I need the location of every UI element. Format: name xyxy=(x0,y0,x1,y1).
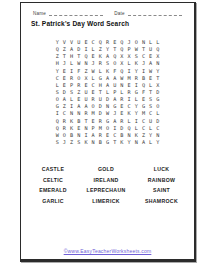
date-fill-in-line xyxy=(128,10,182,16)
grid-cell: N xyxy=(90,139,97,146)
grid-cell: W xyxy=(75,60,82,67)
grid-cell: K xyxy=(68,125,75,132)
grid-cell: G xyxy=(154,96,161,103)
grid-cell: Y xyxy=(154,139,161,146)
grid-cell: Z xyxy=(54,53,61,60)
grid-cell: T xyxy=(147,89,154,96)
grid-cell: L xyxy=(125,118,132,125)
grid-cell: C xyxy=(140,118,147,125)
grid-cell: L xyxy=(54,82,61,89)
name-date-row: Name Date xyxy=(33,10,185,16)
grid-cell: Q xyxy=(118,68,125,75)
word-item: GOLD xyxy=(98,166,114,172)
grid-cell: I xyxy=(68,68,75,75)
grid-cell: Y xyxy=(54,39,61,46)
grid-cell: E xyxy=(90,89,97,96)
grid-cell: C xyxy=(140,125,147,132)
grid-cell: P xyxy=(111,89,118,96)
grid-cell: M xyxy=(97,125,104,132)
grid-cell: B xyxy=(68,132,75,139)
grid-cell: R xyxy=(75,82,82,89)
grid-cell: H xyxy=(97,82,104,89)
grid-cell: Y xyxy=(133,110,140,117)
grid-cell: E xyxy=(140,96,147,103)
grid-cell: I xyxy=(54,110,61,117)
grid-cell: Y xyxy=(147,132,154,139)
grid-cell: W xyxy=(90,68,97,75)
grid-cell: P xyxy=(90,125,97,132)
grid-cell: G xyxy=(97,75,104,82)
grid-cell: V xyxy=(61,39,68,46)
grid-cell: C xyxy=(125,103,132,110)
grid-cell: L xyxy=(133,96,140,103)
grid-cell: J xyxy=(140,60,147,67)
grid-cell: N xyxy=(75,132,82,139)
grid-cell: K xyxy=(118,139,125,146)
grid-cell: R xyxy=(61,118,68,125)
grid-cell: N xyxy=(125,132,132,139)
grid-cell: D xyxy=(104,96,111,103)
word-item: EMERALD xyxy=(39,187,67,193)
grid-cell: E xyxy=(147,75,154,82)
grid-cell: K xyxy=(133,60,140,67)
grid-cell: S xyxy=(68,89,75,96)
grid-cell: F xyxy=(140,89,147,96)
grid-cell: N xyxy=(68,110,75,117)
grid-cell: I xyxy=(133,118,140,125)
grid-cell: M xyxy=(90,110,97,117)
grid-cell: I xyxy=(82,132,89,139)
grid-cell: G xyxy=(111,103,118,110)
grid-cell: I xyxy=(133,82,140,89)
grid-cell: D xyxy=(154,118,161,125)
grid-cell: U xyxy=(82,89,89,96)
grid-cell: Q xyxy=(111,53,118,60)
grid-cell: W xyxy=(54,132,61,139)
grid-cell: O xyxy=(104,125,111,132)
grid-cell: Y xyxy=(133,68,140,75)
grid-cell: N xyxy=(154,60,161,67)
grid-cell: I xyxy=(140,68,147,75)
grid-cell: N xyxy=(140,39,147,46)
grid-cell: I xyxy=(82,46,89,53)
grid-cell: R xyxy=(118,96,125,103)
grid-cell: Y xyxy=(125,139,132,146)
grid-cell: N xyxy=(133,139,140,146)
grid-cell: K xyxy=(82,139,89,146)
grid-cell: S xyxy=(104,60,111,67)
grid-cell: B xyxy=(118,132,125,139)
grid-cell: U xyxy=(111,82,118,89)
grid-cell: T xyxy=(82,118,89,125)
grid-cell: Q xyxy=(154,46,161,53)
grid-cell: L xyxy=(125,60,132,67)
grid-cell: K xyxy=(68,118,75,125)
grid-cell: I xyxy=(125,96,132,103)
word-item: GARLIC xyxy=(42,198,64,204)
letter-grid: YVVUECQREQJONLLQZADILZYTQPWTUQZTHTQEKAQX… xyxy=(21,39,194,146)
grid-cell: Y xyxy=(154,68,161,75)
grid-cell: C xyxy=(61,110,68,117)
grid-cell: Q xyxy=(54,118,61,125)
grid-cell: A xyxy=(82,103,89,110)
grid-cell: O xyxy=(75,75,82,82)
grid-cell: T xyxy=(97,89,104,96)
grid-cell: Q xyxy=(97,39,104,46)
grid-cell: S xyxy=(75,139,82,146)
grid-cell: G xyxy=(104,118,111,125)
grid-cell: E xyxy=(61,82,68,89)
grid-cell: A xyxy=(104,82,111,89)
grid-cell: M xyxy=(125,75,132,82)
grid-cell: A xyxy=(68,46,75,53)
site-credit-link[interactable]: ©www.EasyTeacherWorksheets.com xyxy=(64,248,152,254)
grid-cell: M xyxy=(140,110,147,117)
grid-cell: O xyxy=(111,60,118,67)
grid-cell: A xyxy=(111,96,118,103)
grid-cell: L xyxy=(154,39,161,46)
date-label: Date xyxy=(114,11,125,16)
grid-cell: D xyxy=(61,89,68,96)
grid-cell: J xyxy=(111,110,118,117)
grid-cell: N xyxy=(118,82,125,89)
grid-cell: R xyxy=(97,118,104,125)
grid-cell: C xyxy=(54,75,61,82)
grid-cell: E xyxy=(82,82,89,89)
grid-cell: G xyxy=(133,89,140,96)
grid-cell: R xyxy=(125,89,132,96)
word-item: CASTLE xyxy=(42,166,65,172)
grid-cell: G xyxy=(104,139,111,146)
word-item: CELTIC xyxy=(43,177,63,183)
grid-cell: L xyxy=(147,39,154,46)
grid-cell: N xyxy=(75,110,82,117)
grid-cell: L xyxy=(118,89,125,96)
grid-cell: K xyxy=(104,68,111,75)
grid-cell: B xyxy=(75,118,82,125)
grid-cell: A xyxy=(147,60,154,67)
grid-cell: X xyxy=(118,53,125,60)
word-item: SAINT xyxy=(153,187,170,193)
grid-cell: L xyxy=(68,96,75,103)
grid-cell: Z xyxy=(68,139,75,146)
grid-cell: L xyxy=(97,68,104,75)
grid-cell: X xyxy=(118,60,125,67)
grid-cell: K xyxy=(97,53,104,60)
word-item: SHAMROCK xyxy=(145,198,178,204)
grid-cell: F xyxy=(75,68,82,75)
grid-cell: S xyxy=(147,103,154,110)
grid-cell: W xyxy=(133,46,140,53)
grid-cell: A xyxy=(111,118,118,125)
grid-cell: C xyxy=(90,82,97,89)
grid-cell: L xyxy=(90,75,97,82)
grid-cell: S xyxy=(54,139,61,146)
grid-cell: U xyxy=(82,96,89,103)
grid-cell: D xyxy=(97,103,104,110)
grid-cell: R xyxy=(97,60,104,67)
grid-cell: L xyxy=(154,110,161,117)
grid-cell: R xyxy=(133,75,140,82)
grid-cell: X xyxy=(154,82,161,89)
grid-cell: K xyxy=(133,132,140,139)
word-item: LIMERICK xyxy=(92,198,119,204)
grid-cell: C xyxy=(147,110,154,117)
grid-cell: R xyxy=(61,125,68,132)
grid-cell: C xyxy=(90,39,97,46)
grid-cell: N xyxy=(82,60,89,67)
grid-cell: E xyxy=(75,125,82,132)
grid-cell: T xyxy=(154,75,161,82)
page-title: St. Patrick's Day Word Search xyxy=(31,20,129,27)
grid-cell: L xyxy=(133,125,140,132)
grid-cell: J xyxy=(90,60,97,67)
grid-cell: P xyxy=(125,46,132,53)
grid-cell: E xyxy=(125,82,132,89)
grid-cell: Z xyxy=(61,103,68,110)
grid-cell: O xyxy=(54,96,61,103)
name-fill-in-line xyxy=(49,10,103,16)
grid-cell: I xyxy=(125,68,132,75)
grid-cell: Z xyxy=(75,89,82,96)
grid-cell: Q xyxy=(118,39,125,46)
grid-cell: O xyxy=(61,132,68,139)
grid-cell: L xyxy=(147,82,154,89)
grid-cell: P xyxy=(68,82,75,89)
grid-cell: T xyxy=(111,46,118,53)
grid-cell: Q xyxy=(54,125,61,132)
grid-cell: N xyxy=(82,125,89,132)
grid-cell: F xyxy=(111,68,118,75)
grid-cell: E xyxy=(111,39,118,46)
footer: ©www.EasyTeacherWorksheets.com xyxy=(21,248,194,254)
grid-cell: U xyxy=(147,46,154,53)
grid-cell: A xyxy=(104,53,111,60)
grid-cell: N xyxy=(154,132,161,139)
grid-cell: B xyxy=(97,139,104,146)
grid-cell: L xyxy=(147,139,154,146)
grid-cell: T xyxy=(140,46,147,53)
grid-cell: A xyxy=(104,75,111,82)
grid-cell: W xyxy=(147,68,154,75)
grid-cell: R xyxy=(97,132,104,139)
grid-cell: N xyxy=(104,103,111,110)
grid-cell: H xyxy=(54,60,61,67)
grid-cell: Y xyxy=(54,68,61,75)
grid-cell: Y xyxy=(133,103,140,110)
grid-cell: L xyxy=(68,60,75,67)
grid-cell: R xyxy=(118,118,125,125)
grid-cell: I xyxy=(68,103,75,110)
grid-cell: E xyxy=(147,53,154,60)
grid-cell: E xyxy=(61,75,68,82)
grid-cell: Q xyxy=(125,125,132,132)
grid-cell: D xyxy=(154,89,161,96)
grid-cell: E xyxy=(118,110,125,117)
grid-cell: E xyxy=(75,96,82,103)
grid-cell: T xyxy=(75,53,82,60)
grid-cell: R xyxy=(68,75,75,82)
grid-cell: J xyxy=(61,139,68,146)
grid-cell: E xyxy=(104,132,111,139)
word-item: RAINBOW xyxy=(148,177,175,183)
grid-cell: L xyxy=(147,125,154,132)
grid-cell: S xyxy=(147,96,154,103)
grid-cell: O xyxy=(154,103,161,110)
grid-cell: C xyxy=(140,53,147,60)
word-item: LUCK xyxy=(154,166,170,172)
grid-cell: A xyxy=(90,132,97,139)
grid-cell: R xyxy=(104,39,111,46)
grid-cell: Z xyxy=(61,46,68,53)
word-bank: CASTLEGOLDLUCKCELTICIRELANDRAINBOWEMERAL… xyxy=(21,166,194,209)
grid-cell: C xyxy=(154,125,161,132)
grid-cell: O xyxy=(90,103,97,110)
grid-cell: Y xyxy=(104,46,111,53)
grid-cell: W xyxy=(104,110,111,117)
grid-cell: B xyxy=(140,75,147,82)
grid-cell: G xyxy=(54,103,61,110)
grid-cell: A xyxy=(140,139,147,146)
grid-cell: J xyxy=(61,60,68,67)
grid-cell: D xyxy=(75,46,82,53)
grid-cell: C xyxy=(111,132,118,139)
grid-cell: H xyxy=(68,53,75,60)
grid-cell: E xyxy=(82,39,89,46)
grid-cell: D xyxy=(97,110,104,117)
grid-cell: T xyxy=(111,139,118,146)
grid-cell: E xyxy=(90,118,97,125)
grid-cell: U xyxy=(97,96,104,103)
grid-cell: O xyxy=(133,39,140,46)
grid-cell: A xyxy=(111,75,118,82)
grid-cell: Z xyxy=(140,132,147,139)
grid-cell: R xyxy=(82,110,89,117)
grid-cell: U xyxy=(75,39,82,46)
grid-cell: V xyxy=(68,39,75,46)
grid-cell: A xyxy=(61,96,68,103)
grid-cell: Q xyxy=(54,46,61,53)
word-item: IRELAND xyxy=(93,177,118,183)
grid-cell: S xyxy=(133,53,140,60)
grid-cell: A xyxy=(75,103,82,110)
grid-cell: E xyxy=(90,53,97,60)
worksheet-page: Name Date St. Patrick's Day Word Search … xyxy=(20,2,196,262)
grid-cell: X xyxy=(154,53,161,60)
grid-cell: R xyxy=(90,96,97,103)
grid-cell: T xyxy=(61,53,68,60)
grid-cell: Q xyxy=(140,82,147,89)
grid-cell: D xyxy=(118,125,125,132)
word-item: LEPRECHAUN xyxy=(86,187,125,193)
grid-cell: J xyxy=(125,39,132,46)
grid-cell: G xyxy=(140,103,147,110)
grid-cell: Z xyxy=(97,46,104,53)
grid-cell: E xyxy=(118,103,125,110)
grid-cell: X xyxy=(82,75,89,82)
name-label: Name xyxy=(33,11,46,16)
grid-cell: Q xyxy=(118,46,125,53)
grid-cell: X xyxy=(125,53,132,60)
grid-cell: L xyxy=(90,46,97,53)
grid-cell: Z xyxy=(82,68,89,75)
grid-cell: I xyxy=(111,125,118,132)
grid-cell: K xyxy=(125,110,132,117)
grid-cell: W xyxy=(118,75,125,82)
grid-cell: Q xyxy=(82,53,89,60)
grid-cell: E xyxy=(61,68,68,75)
grid-cell: S xyxy=(54,89,61,96)
grid-cell: U xyxy=(147,118,154,125)
grid-cell: L xyxy=(104,89,111,96)
